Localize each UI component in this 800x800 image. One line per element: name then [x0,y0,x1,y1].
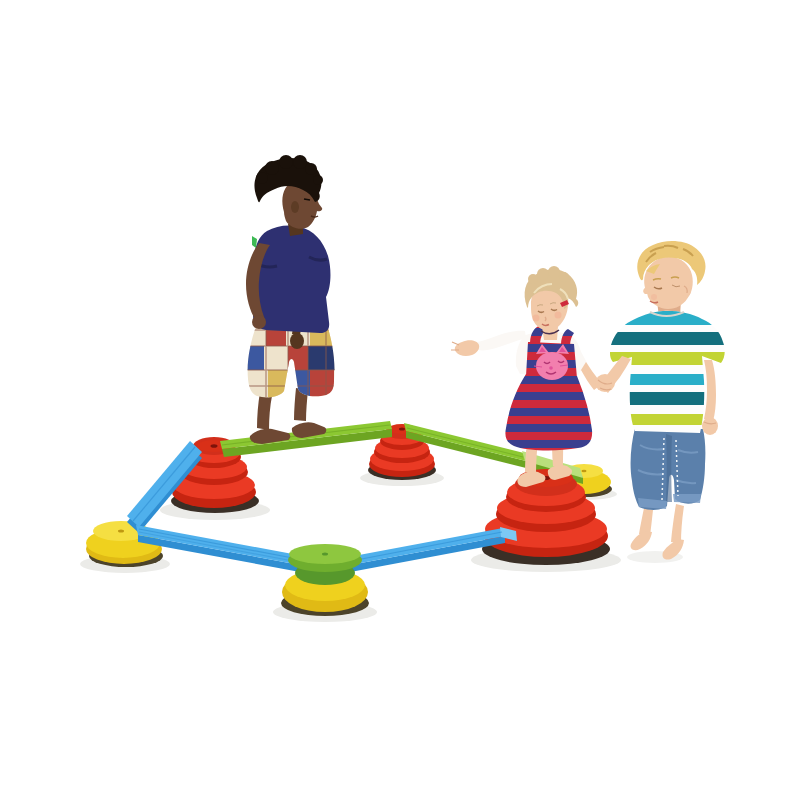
holding-hands [595,374,615,392]
jeans [631,428,706,510]
patch [308,346,336,370]
shirt-stripe [608,332,730,345]
child-boy-right [595,241,730,560]
child-boy-left [244,155,338,444]
arm [704,360,716,421]
jeans-cuff [673,494,701,503]
hand [455,340,479,356]
hand [290,333,304,349]
eye [304,199,310,200]
dress-stripe [500,344,600,352]
dress-stripe [500,416,600,424]
dress-stripe [500,432,600,440]
shirt-stripe [608,311,730,325]
stone-top-hole [211,444,218,448]
ear [291,201,299,213]
beam-groove [139,532,298,562]
leg [671,504,684,543]
balance-course-scene [0,0,800,800]
dress-stripe [500,408,600,416]
patch [288,346,308,370]
fist [702,417,718,435]
stone-yellow-middle [281,544,369,616]
stone-top-hole [399,428,405,431]
dress-stripe [500,400,600,408]
dress-stripe [500,392,600,400]
dress-stripe [500,424,600,432]
jeans-shade [666,434,672,502]
foot [631,531,652,550]
cat-nose [549,366,553,370]
balance-course [80,421,683,622]
hand [252,315,266,329]
leg [257,392,272,430]
patch [268,370,290,400]
green-disc-hole [322,553,328,556]
dress-stripe [500,384,600,392]
patch [244,346,264,370]
tshirt [253,226,330,333]
stone-top-hole [582,470,587,473]
ear [681,283,691,297]
cheek-blush [651,294,657,300]
dress-stripe [500,440,600,448]
patch [310,370,334,400]
cheek-blush [533,315,540,322]
photo-canvas [0,0,800,800]
stone-top-hole [118,530,124,533]
cheek-blush [555,312,562,319]
